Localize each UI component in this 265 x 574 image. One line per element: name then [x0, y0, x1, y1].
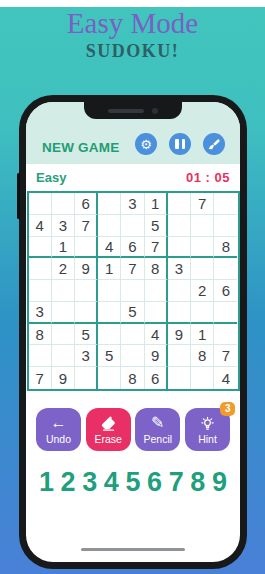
cell-r9c7[interactable] [168, 367, 191, 389]
cell-r6c9[interactable] [214, 302, 237, 324]
cell-r2c5[interactable] [121, 215, 144, 237]
numpad-5[interactable]: 5 [125, 467, 140, 498]
hint-button[interactable]: 3 Hint [185, 408, 230, 451]
cell-r1c1[interactable] [29, 193, 52, 215]
phone-side-button [17, 173, 20, 219]
cell-r6c3[interactable] [75, 302, 98, 324]
numpad-2[interactable]: 2 [61, 467, 76, 498]
cell-r3c2[interactable]: 1 [52, 237, 75, 259]
theme-button[interactable] [203, 133, 225, 155]
cell-r6c4[interactable] [98, 302, 121, 324]
status-row: Easy 01 : 05 [26, 164, 240, 190]
cell-r2c3[interactable]: 7 [75, 215, 98, 237]
cell-r8c9[interactable]: 7 [214, 345, 237, 367]
cell-r7c2[interactable] [52, 324, 75, 346]
erase-label: Erase [94, 433, 121, 445]
numpad-9[interactable]: 9 [212, 467, 227, 498]
cell-r8c6[interactable]: 9 [145, 345, 168, 367]
phone-screen: NEW GAME ⚙ Easy 01 [26, 102, 240, 562]
cell-r7c7[interactable]: 9 [168, 324, 191, 346]
page-heading: Easy Mode [0, 7, 265, 40]
settings-button[interactable]: ⚙ [135, 133, 157, 155]
camera-dot [152, 108, 158, 114]
cell-r7c4[interactable] [98, 324, 121, 346]
lightbulb-icon [199, 414, 216, 432]
cell-r8c3[interactable]: 3 [75, 345, 98, 367]
cell-r7c6[interactable]: 4 [145, 324, 168, 346]
cell-r4c9[interactable] [214, 258, 237, 280]
cell-r2c6[interactable]: 5 [145, 215, 168, 237]
cell-r1c8[interactable]: 7 [191, 193, 214, 215]
home-indicator [81, 548, 185, 551]
paint-brush-icon [208, 138, 221, 151]
arrow-left-icon: ← [51, 414, 67, 432]
page-background: Easy Mode SUDOKU! NEW GAME ⚙ [0, 7, 265, 574]
cell-r1c4[interactable] [98, 193, 121, 215]
cell-r8c2[interactable] [52, 345, 75, 367]
cell-r3c9[interactable]: 8 [214, 237, 237, 259]
cell-r1c6[interactable]: 1 [145, 193, 168, 215]
cell-r7c3[interactable]: 5 [75, 324, 98, 346]
header-buttons: ⚙ [135, 133, 225, 155]
cell-r5c3[interactable] [75, 280, 98, 302]
pause-button[interactable] [169, 133, 191, 155]
cell-r4c7[interactable]: 3 [168, 258, 191, 280]
cell-r6c6[interactable] [145, 302, 168, 324]
undo-label: Undo [46, 433, 71, 445]
cell-r5c7[interactable] [168, 280, 191, 302]
cell-r8c5[interactable] [121, 345, 144, 367]
cell-r5c2[interactable] [52, 280, 75, 302]
hint-label: Hint [198, 433, 217, 445]
eraser-icon [100, 414, 117, 432]
erase-button[interactable]: Erase [86, 408, 131, 451]
pencil-button[interactable]: ✎ Pencil [135, 408, 180, 451]
cell-r2c1[interactable]: 4 [29, 215, 52, 237]
cell-r8c4[interactable]: 5 [98, 345, 121, 367]
phone-notch [84, 102, 182, 119]
cell-r4c3[interactable]: 9 [75, 258, 98, 280]
cell-r9c1[interactable]: 7 [29, 367, 52, 389]
cell-r9c6[interactable]: 6 [145, 367, 168, 389]
cell-r4c4[interactable]: 1 [98, 258, 121, 280]
timer: 01 : 05 [186, 170, 230, 185]
cell-r4c6[interactable]: 8 [145, 258, 168, 280]
cell-r1c3[interactable]: 6 [75, 193, 98, 215]
cell-r7c5[interactable] [121, 324, 144, 346]
cell-r6c8[interactable] [191, 302, 214, 324]
cell-r4c2[interactable]: 2 [52, 258, 75, 280]
cell-r3c6[interactable]: 7 [145, 237, 168, 259]
numpad-3[interactable]: 3 [82, 467, 97, 498]
cell-r5c9[interactable]: 6 [214, 280, 237, 302]
toolbar: ← Undo Erase ✎ Pencil [26, 408, 240, 451]
numpad-8[interactable]: 8 [190, 467, 205, 498]
cell-r3c1[interactable] [29, 237, 52, 259]
cell-r4c8[interactable] [191, 258, 214, 280]
cell-r6c7[interactable] [168, 302, 191, 324]
cell-r3c5[interactable]: 6 [121, 237, 144, 259]
page-subheading: SUDOKU! [0, 41, 265, 62]
cell-r6c2[interactable] [52, 302, 75, 324]
cell-r1c2[interactable] [52, 193, 75, 215]
cell-r2c9[interactable] [214, 215, 237, 237]
hint-count-badge: 3 [220, 402, 235, 416]
number-pad: 123456789 [26, 467, 240, 498]
cell-r1c5[interactable]: 3 [121, 193, 144, 215]
cell-r7c9[interactable] [214, 324, 237, 346]
numpad-7[interactable]: 7 [169, 467, 184, 498]
cell-r6c5[interactable]: 5 [121, 302, 144, 324]
cell-r9c9[interactable]: 4 [214, 367, 237, 389]
sudoku-board: 63174375146782917832635854913598779864 [27, 191, 240, 391]
cell-r5c6[interactable] [145, 280, 168, 302]
cell-r9c3[interactable] [75, 367, 98, 389]
difficulty-label: Easy [36, 170, 66, 185]
cell-r8c8[interactable]: 8 [191, 345, 214, 367]
numpad-4[interactable]: 4 [104, 467, 119, 498]
cell-r3c4[interactable]: 4 [98, 237, 121, 259]
cell-r7c1[interactable]: 8 [29, 324, 52, 346]
cell-r5c1[interactable] [29, 280, 52, 302]
cell-r1c9[interactable] [214, 193, 237, 215]
cell-r3c7[interactable] [168, 237, 191, 259]
numpad-1[interactable]: 1 [39, 467, 54, 498]
speaker-slit [108, 109, 144, 113]
pencil-icon: ✎ [151, 414, 164, 432]
undo-button[interactable]: ← Undo [36, 408, 81, 451]
cell-r4c5[interactable]: 7 [121, 258, 144, 280]
cell-r4c1[interactable] [29, 258, 52, 280]
page-title: Easy Mode SUDOKU! [0, 7, 265, 62]
cell-r2c4[interactable] [98, 215, 121, 237]
cell-r3c8[interactable] [191, 237, 214, 259]
cell-r6c1[interactable]: 3 [29, 302, 52, 324]
gear-icon: ⚙ [140, 138, 152, 151]
cell-r8c1[interactable] [29, 345, 52, 367]
cell-r2c8[interactable] [191, 215, 214, 237]
pencil-label: Pencil [144, 433, 173, 445]
numpad-6[interactable]: 6 [147, 467, 162, 498]
cell-r5c4[interactable] [98, 280, 121, 302]
cell-r1c7[interactable] [168, 193, 191, 215]
new-game-button[interactable]: NEW GAME [42, 140, 119, 155]
cell-r8c7[interactable] [168, 345, 191, 367]
cell-r3c3[interactable] [75, 237, 98, 259]
cell-r5c8[interactable]: 2 [191, 280, 214, 302]
cell-r7c8[interactable]: 1 [191, 324, 214, 346]
cell-r5c5[interactable] [121, 280, 144, 302]
cell-r2c7[interactable] [168, 215, 191, 237]
phone-mockup: NEW GAME ⚙ Easy 01 [19, 95, 247, 569]
cell-r9c8[interactable] [191, 367, 214, 389]
pause-icon [175, 139, 185, 149]
cell-r9c2[interactable]: 9 [52, 367, 75, 389]
cell-r2c2[interactable]: 3 [52, 215, 75, 237]
cell-r9c4[interactable] [98, 367, 121, 389]
cell-r9c5[interactable]: 8 [121, 367, 144, 389]
